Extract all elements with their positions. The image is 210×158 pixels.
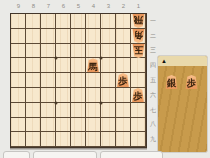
board-square[interactable] [41,118,56,133]
board-square[interactable] [101,29,116,44]
shogi-piece-sente[interactable]: 銀 [165,75,178,89]
board-square[interactable] [86,29,101,44]
board-square[interactable] [26,132,41,147]
board-square[interactable] [41,88,56,103]
board-square[interactable] [116,103,131,118]
board-square[interactable] [101,118,116,133]
file-label: 7 [41,1,56,11]
board-square[interactable] [71,73,86,88]
board-square[interactable] [101,14,116,29]
board-square[interactable] [41,29,56,44]
hand-pieces-tray: 銀歩 [158,66,207,89]
board-square[interactable] [26,118,41,133]
piece-kanji: 歩 [133,91,143,101]
board-square[interactable] [11,58,26,73]
board-square[interactable] [56,118,71,133]
board-square[interactable] [56,88,71,103]
board-square[interactable] [101,132,116,147]
shogi-piece-gote[interactable]: 角 [132,29,145,43]
file-label: 5 [71,1,86,11]
board-square[interactable] [11,132,26,147]
file-label: 1 [131,1,146,11]
tsume-shogi-widget: 987654321 一二三四五六七八九 飛角玉馬歩歩 ▲ 銀歩 [0,0,210,158]
board-square[interactable] [11,88,26,103]
bottom-button-middle[interactable] [33,151,97,158]
file-label: 8 [26,1,41,11]
board-square[interactable] [71,88,86,103]
star-point [55,57,58,60]
sente-hand-panel: ▲ 銀歩 [157,55,208,153]
file-coordinate-labels: 987654321 [11,1,146,11]
board-square[interactable] [11,44,26,59]
star-point [100,101,103,104]
board-square[interactable] [26,14,41,29]
star-point [55,101,58,104]
board-square[interactable] [116,29,131,44]
board-square[interactable] [11,118,26,133]
board-square[interactable] [26,88,41,103]
board-square[interactable] [131,73,146,88]
board-square[interactable] [116,58,131,73]
board-square[interactable] [101,58,116,73]
file-label: 3 [101,1,116,11]
bottom-button-right[interactable] [100,151,163,158]
shogi-piece-gote[interactable]: 飛 [132,14,145,28]
board-square[interactable] [26,58,41,73]
board-square[interactable] [71,118,86,133]
shogi-piece-sente[interactable]: 歩 [185,75,198,89]
board-square[interactable]: 歩 [131,88,146,103]
board-square[interactable] [71,44,86,59]
board-square[interactable] [56,73,71,88]
board-square[interactable]: 飛 [131,14,146,29]
file-label: 6 [56,1,71,11]
board-square[interactable] [131,58,146,73]
board-square[interactable] [56,44,71,59]
board-square[interactable] [56,132,71,147]
board-square[interactable] [86,103,101,118]
shogi-piece-sente[interactable]: 馬 [87,58,100,72]
board-square[interactable]: 歩 [116,73,131,88]
shogi-piece-sente[interactable]: 歩 [132,88,145,102]
board-square[interactable] [56,14,71,29]
board-square[interactable] [86,118,101,133]
board-square[interactable] [41,132,56,147]
piece-kanji: 角 [133,30,143,40]
board-square[interactable]: 玉 [131,44,146,59]
board-square[interactable]: 角 [131,29,146,44]
board-square[interactable] [116,44,131,59]
board-square[interactable] [11,29,26,44]
file-label: 2 [116,1,131,11]
board-square[interactable] [26,44,41,59]
piece-kanji: 歩 [187,78,197,88]
bottom-button-left[interactable] [3,151,30,158]
board-square[interactable] [101,44,116,59]
board-square[interactable] [56,29,71,44]
board-square[interactable] [131,103,146,118]
board-square[interactable]: 馬 [86,58,101,73]
board-square[interactable] [86,132,101,147]
board-square[interactable] [71,14,86,29]
board-square[interactable] [101,73,116,88]
board-square[interactable] [41,73,56,88]
board-square[interactable] [41,103,56,118]
board-square[interactable] [11,73,26,88]
board-square[interactable] [101,88,116,103]
board-square[interactable] [41,14,56,29]
shogi-piece-gote[interactable]: 玉 [132,44,145,58]
sente-triangle-icon: ▲ [161,58,167,64]
board-square[interactable] [26,73,41,88]
piece-kanji: 歩 [118,76,128,86]
star-point [100,57,103,60]
piece-kanji: 飛 [133,15,143,25]
board-square[interactable] [11,103,26,118]
board-square[interactable] [26,103,41,118]
board-square[interactable] [86,44,101,59]
board-square[interactable] [116,132,131,147]
shogi-board: 飛角玉馬歩歩 [10,13,147,148]
board-square[interactable] [116,14,131,29]
file-label: 9 [11,1,26,11]
shogi-piece-sente[interactable]: 歩 [117,73,130,87]
board-grid: 飛角玉馬歩歩 [11,14,146,147]
board-square[interactable] [116,88,131,103]
file-label: 4 [86,1,101,11]
board-square[interactable] [26,29,41,44]
board-square[interactable] [71,132,86,147]
board-square[interactable] [86,73,101,88]
board-square[interactable] [41,44,56,59]
rank-label: 一 [148,14,158,29]
board-square[interactable] [11,14,26,29]
board-square[interactable] [71,29,86,44]
board-square[interactable] [56,58,71,73]
board-square[interactable] [86,14,101,29]
board-square[interactable] [71,58,86,73]
board-square[interactable] [86,88,101,103]
board-square[interactable] [41,58,56,73]
board-square[interactable] [71,103,86,118]
board-square[interactable] [56,103,71,118]
board-square[interactable] [116,118,131,133]
board-square[interactable] [101,103,116,118]
hand-panel-header: ▲ [158,56,207,66]
piece-kanji: 玉 [133,45,143,55]
board-square[interactable] [131,118,146,133]
rank-label: 二 [148,29,158,44]
piece-kanji: 馬 [88,62,98,72]
piece-kanji: 銀 [167,78,177,88]
board-square[interactable] [131,132,146,147]
